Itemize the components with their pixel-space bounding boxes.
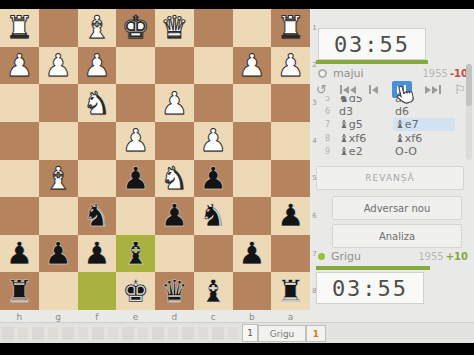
square-f2[interactable]: ♟ <box>78 47 117 85</box>
square-g1[interactable] <box>39 9 78 47</box>
white-piece-a2: ♟ <box>277 47 305 84</box>
move-number: 8 <box>318 134 330 143</box>
square-d7[interactable] <box>155 235 194 273</box>
square-b3[interactable] <box>233 84 272 122</box>
square-d2[interactable] <box>155 47 194 85</box>
square-b5[interactable] <box>233 160 272 198</box>
white-piece-e1: ♚ <box>122 9 150 46</box>
square-b4[interactable] <box>233 122 272 160</box>
square-d1[interactable]: ♛ <box>155 9 194 47</box>
white-move[interactable]: d3 <box>339 105 393 118</box>
player-time-bar <box>316 266 430 270</box>
opponent-name: majui <box>333 67 364 80</box>
opponent-row: majui 1955 -10 <box>318 66 468 81</box>
white-piece-g5: ♝ <box>44 160 72 197</box>
black-piece-c6: ♞ <box>199 197 227 234</box>
move-number: 9 <box>318 147 330 156</box>
square-a4[interactable] <box>271 122 310 160</box>
square-c3[interactable] <box>194 84 233 122</box>
white-piece-h2: ♟ <box>5 47 33 84</box>
analyze-button[interactable]: Analiza <box>332 224 462 248</box>
square-h6[interactable] <box>0 197 39 235</box>
square-c1[interactable] <box>194 9 233 47</box>
black-move[interactable]: ♝e7 <box>393 118 455 131</box>
black-piece-a8: ♜ <box>277 273 305 310</box>
square-f8[interactable] <box>78 272 117 310</box>
square-e3[interactable] <box>116 84 155 122</box>
square-g4[interactable] <box>39 122 78 160</box>
black-piece-f6: ♞ <box>83 197 111 234</box>
black-piece-g7: ♟ <box>44 235 72 272</box>
square-b1[interactable] <box>233 9 272 47</box>
move-list[interactable]: 5♞d5a66d3d67♝g5♝e78♝xf6♝xf69♝e2O-O <box>318 96 456 162</box>
opponent-clock: 03:55 <box>318 28 426 60</box>
square-c2[interactable] <box>194 47 233 85</box>
rank-label-6: 6 <box>310 197 319 235</box>
white-piece-d3: ♟ <box>160 85 188 122</box>
square-g7[interactable]: ♟ <box>39 235 78 273</box>
black-move[interactable]: d6 <box>393 105 455 118</box>
white-piece-e4: ♟ <box>122 122 150 159</box>
letterbox-bottom <box>0 343 474 355</box>
black-piece-b7: ♟ <box>238 235 266 272</box>
square-d6[interactable]: ♟ <box>155 197 194 235</box>
square-c8[interactable]: ♝ <box>194 272 233 310</box>
player-row: Grigu 1955 +10 <box>318 249 468 264</box>
white-move[interactable]: ♝xf6 <box>339 132 393 145</box>
black-piece-h8: ♜ <box>5 273 33 310</box>
square-g5[interactable]: ♝ <box>39 160 78 198</box>
player-clock: 03:55 <box>316 272 424 304</box>
square-h4[interactable] <box>0 122 39 160</box>
black-piece-c5: ♟ <box>199 160 227 197</box>
taskbar-counter-left[interactable]: 1 <box>242 324 258 342</box>
opponent-status-dot <box>318 69 327 78</box>
player-name: Grigu <box>331 250 361 263</box>
square-h3[interactable] <box>0 84 39 122</box>
scrollbar-thumb[interactable] <box>466 64 472 106</box>
taskbar-player-button[interactable]: Grigu <box>258 325 306 342</box>
prev-move-icon[interactable] <box>369 85 378 94</box>
letterbox-top <box>0 0 474 9</box>
last-move-icon[interactable] <box>425 85 441 94</box>
black-piece-f7: ♟ <box>83 235 111 272</box>
opponent-time-bar <box>316 60 428 64</box>
white-piece-a1: ♜ <box>277 9 305 46</box>
square-b2[interactable]: ♟ <box>233 47 272 85</box>
square-e2[interactable] <box>116 47 155 85</box>
square-a8[interactable]: ♜ <box>271 272 310 310</box>
square-d3[interactable]: ♟ <box>155 84 194 122</box>
square-c4[interactable]: ♟ <box>194 122 233 160</box>
black-piece-e5: ♟ <box>122 160 150 197</box>
square-a3[interactable] <box>271 84 310 122</box>
move-number: 6 <box>318 107 330 116</box>
square-d8[interactable]: ♛ <box>155 272 194 310</box>
move-row-7: 7♝g5♝e7 <box>318 118 456 131</box>
square-a2[interactable]: ♟ <box>271 47 310 85</box>
square-h8[interactable]: ♜ <box>0 272 39 310</box>
square-b8[interactable] <box>233 272 272 310</box>
black-piece-e8: ♚ <box>122 273 150 310</box>
black-piece-e7: ♝ <box>122 235 150 272</box>
square-f1[interactable]: ♝ <box>78 9 117 47</box>
app-window: ♜♝♚♛♜♟♟♟♟♟♞♟♟♟♝♟♞♟♞♟♞♟♟♟♟♝♟♜♚♛♝♜ 1234567… <box>0 0 474 355</box>
white-move[interactable]: ♝e2 <box>339 145 393 158</box>
square-c7[interactable] <box>194 235 233 273</box>
white-move[interactable]: ♞d5 <box>339 96 393 105</box>
black-move[interactable]: a6 <box>393 96 455 105</box>
player-rating: 1955 <box>418 251 443 262</box>
square-b7[interactable]: ♟ <box>233 235 272 273</box>
white-move[interactable]: ♝g5 <box>339 118 393 131</box>
square-c6[interactable]: ♞ <box>194 197 233 235</box>
move-number: 7 <box>318 120 330 129</box>
black-move[interactable]: O-O <box>393 145 455 158</box>
player-status-dot <box>318 253 325 260</box>
square-h5[interactable] <box>0 160 39 198</box>
taskbar-counter-right[interactable]: 1 <box>306 325 326 342</box>
white-piece-c4: ♟ <box>199 122 227 159</box>
white-piece-d5: ♞ <box>160 160 188 197</box>
rematch-button[interactable]: REVANȘĂ <box>316 166 464 190</box>
square-h2[interactable]: ♟ <box>0 47 39 85</box>
opponent-rating: 1955 <box>422 68 447 79</box>
square-a6[interactable]: ♟ <box>271 197 310 235</box>
square-b6[interactable] <box>233 197 272 235</box>
square-g8[interactable] <box>39 272 78 310</box>
move-list-inner: 5♞d5a66d3d67♝g5♝e78♝xf6♝xf69♝e2O-O <box>318 96 456 158</box>
move-number: 5 <box>318 96 330 103</box>
black-piece-h7: ♟ <box>5 235 33 272</box>
white-piece-d1: ♛ <box>160 9 188 46</box>
square-g2[interactable]: ♟ <box>39 47 78 85</box>
white-piece-g2: ♟ <box>44 47 72 84</box>
move-row-9: 9♝e2O-O <box>318 145 456 158</box>
square-e5[interactable]: ♟ <box>116 160 155 198</box>
square-e1[interactable]: ♚ <box>116 9 155 47</box>
square-g3[interactable] <box>39 84 78 122</box>
square-f3[interactable]: ♞ <box>78 84 117 122</box>
white-piece-f2: ♟ <box>83 47 111 84</box>
square-a5[interactable] <box>271 160 310 198</box>
white-piece-f3: ♞ <box>83 85 111 122</box>
first-move-icon[interactable] <box>340 85 356 94</box>
move-row-5: 5♞d5a6 <box>318 96 456 105</box>
taskbar-icons-blur <box>2 327 238 340</box>
square-g6[interactable] <box>39 197 78 235</box>
player-rating-delta: +10 <box>446 251 468 262</box>
chess-board: ♜♝♚♛♜♟♟♟♟♟♞♟♟♟♝♟♞♟♞♟♞♟♟♟♟♝♟♜♚♛♝♜ <box>0 9 310 310</box>
black-piece-d6: ♟ <box>160 197 188 234</box>
black-piece-a6: ♟ <box>277 197 305 234</box>
new-opponent-button[interactable]: Adversar nou <box>332 196 462 220</box>
square-e8[interactable]: ♚ <box>116 272 155 310</box>
flip-board-icon[interactable]: ↺ <box>316 83 327 96</box>
square-e4[interactable]: ♟ <box>116 122 155 160</box>
square-d5[interactable]: ♞ <box>155 160 194 198</box>
square-c5[interactable]: ♟ <box>194 160 233 198</box>
white-piece-h1: ♜ <box>5 9 33 46</box>
move-row-8: 8♝xf6♝xf6 <box>318 132 456 145</box>
square-e7[interactable]: ♝ <box>116 235 155 273</box>
white-piece-b2: ♟ <box>238 47 266 84</box>
black-piece-c8: ♝ <box>199 273 227 310</box>
taskbar: 1 Grigu 1 <box>0 322 474 344</box>
move-row-6: 6d3d6 <box>318 105 456 118</box>
square-f5[interactable] <box>78 160 117 198</box>
black-piece-d8: ♛ <box>160 273 188 310</box>
square-e6[interactable] <box>116 197 155 235</box>
square-a1[interactable]: ♜ <box>271 9 310 47</box>
black-move[interactable]: ♝xf6 <box>393 132 455 145</box>
move-list-scrollbar[interactable] <box>466 64 472 160</box>
square-d4[interactable] <box>155 122 194 160</box>
square-h1[interactable]: ♜ <box>0 9 39 47</box>
white-piece-f1: ♝ <box>83 9 111 46</box>
square-f4[interactable] <box>78 122 117 160</box>
square-f7[interactable]: ♟ <box>78 235 117 273</box>
square-h7[interactable]: ♟ <box>0 235 39 273</box>
resign-flag-icon[interactable]: ⚐ <box>454 83 466 96</box>
square-a7[interactable] <box>271 235 310 273</box>
square-f6[interactable]: ♞ <box>78 197 117 235</box>
